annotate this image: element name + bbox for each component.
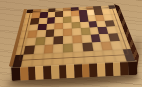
board-grid: [12, 5, 135, 67]
photo-of-checkerboard-cutting-board: [0, 0, 142, 87]
rim-cell: [53, 53, 64, 66]
rim-cell: [42, 53, 53, 66]
rim-cell: [63, 52, 74, 65]
board-top-face: [12, 5, 135, 67]
front-corner-accent: [128, 60, 138, 75]
